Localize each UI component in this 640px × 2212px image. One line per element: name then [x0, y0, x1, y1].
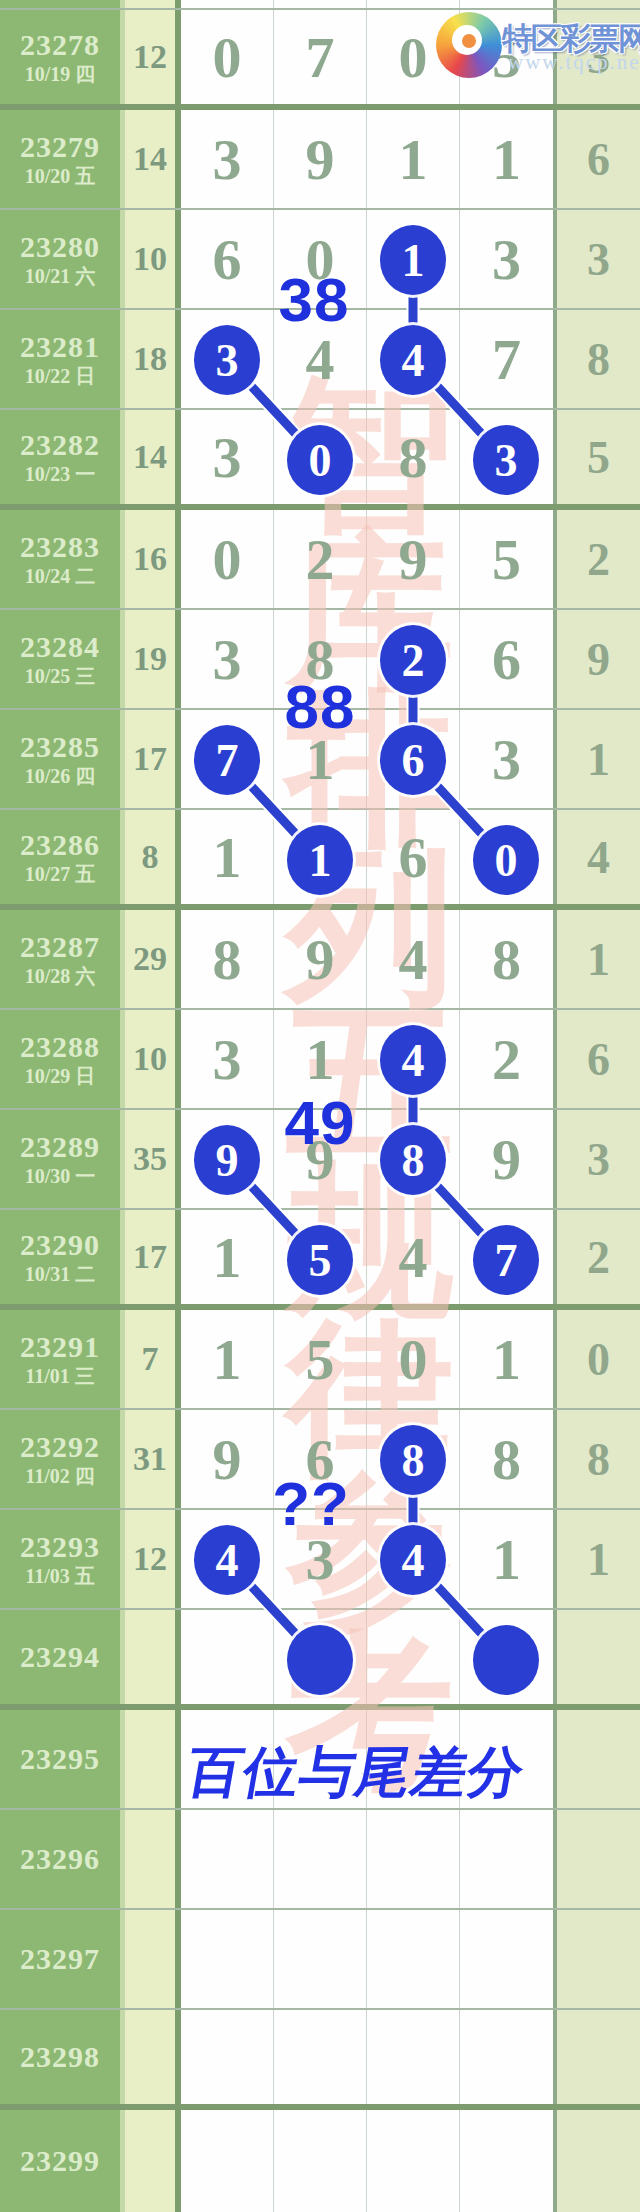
- period-number: 23289: [20, 1131, 100, 1163]
- tail-cell: 8: [557, 310, 640, 408]
- digit-value: 4: [306, 326, 335, 393]
- digit-cell: 8: [181, 910, 274, 1008]
- circled-digit: 2: [402, 634, 425, 687]
- sum-cell: 17: [125, 1210, 175, 1304]
- digit-value: 9: [399, 526, 428, 593]
- digit-value: 8: [399, 424, 428, 491]
- annotation-text: 88: [285, 671, 356, 742]
- tail-value: 1: [587, 1533, 610, 1586]
- digit-cell: [367, 2010, 460, 2104]
- digit-cell: 7: [274, 10, 367, 104]
- tail-cell: 3: [557, 210, 640, 308]
- annotation-text: 49: [285, 1087, 356, 1158]
- digit-value: 1: [213, 1326, 242, 1393]
- digit-cell: [274, 1910, 367, 2008]
- sliver-cell: [0, 0, 120, 8]
- digit-value: 0: [399, 24, 428, 91]
- dot-marker: [473, 1625, 539, 1695]
- tail-value: 1: [587, 733, 610, 786]
- circled-digit: 9: [216, 1134, 239, 1187]
- tail-cell: 3: [557, 1110, 640, 1208]
- sum-cell: 12: [125, 10, 175, 104]
- circled-digit: 4: [216, 1534, 239, 1587]
- digit-value: 9: [492, 1126, 521, 1193]
- digit-cell: 2: [274, 510, 367, 608]
- period-number: 23285: [20, 731, 100, 763]
- period-number: 23295: [20, 1743, 100, 1775]
- sum-value: 10: [133, 1040, 167, 1078]
- tail-cell: [557, 1710, 640, 1808]
- digit-value: 5: [492, 526, 521, 593]
- digit-cell: 9: [274, 110, 367, 208]
- circled-digit: 8: [402, 1134, 425, 1187]
- circled-digit: 5: [309, 1234, 332, 1287]
- tail-cell: 1: [557, 910, 640, 1008]
- digit-cell: [367, 1810, 460, 1908]
- circled-digit: 4: [402, 1534, 425, 1587]
- circle-marker: 7: [194, 725, 260, 795]
- table-row: 23297: [0, 1910, 640, 2010]
- sliver-cell: [181, 0, 274, 8]
- tail-value: 2: [587, 1231, 610, 1284]
- period-cell: 2328610/27 五: [0, 810, 120, 904]
- circled-digit: 7: [216, 734, 239, 787]
- period-number: 23288: [20, 1031, 100, 1063]
- digit-cell: 6: [460, 610, 553, 708]
- sum-value: 17: [133, 1238, 167, 1276]
- digit-value: 6: [492, 626, 521, 693]
- sum-cell: 14: [125, 110, 175, 208]
- period-cell: 23296: [0, 1810, 120, 1908]
- period-cell: 2328510/26 四: [0, 710, 120, 808]
- digit-cell: 9: [274, 910, 367, 1008]
- circle-marker: 4: [380, 1025, 446, 1095]
- sum-cell: 7: [125, 1310, 175, 1408]
- period-number: 23284: [20, 631, 100, 663]
- digit-cell: 9: [367, 510, 460, 608]
- period-cell: 23297: [0, 1910, 120, 2008]
- digit-cell: 1: [460, 1310, 553, 1408]
- period-number: 23296: [20, 1843, 100, 1875]
- digit-cell: 2: [460, 1010, 553, 1108]
- digit-cell: 4: [367, 910, 460, 1008]
- period-cell: 23295: [0, 1710, 120, 1808]
- sum-value: 12: [133, 38, 167, 76]
- tail-value: 9: [587, 633, 610, 686]
- dot-marker: [287, 1625, 353, 1695]
- circle-marker: 3: [194, 325, 260, 395]
- digit-cell: 1: [181, 1310, 274, 1408]
- period-cell: 2329311/03 五: [0, 1510, 120, 1608]
- tail-value: 3: [587, 233, 610, 286]
- period-cell: 2328410/25 三: [0, 610, 120, 708]
- digit-cell: 6: [367, 810, 460, 904]
- tail-cell: [557, 2110, 640, 2212]
- sum-cell: 14: [125, 410, 175, 504]
- tail-cell: 9: [557, 610, 640, 708]
- lottery-trend-chart: 智库排列五规律参考 2327810/19 四12070532327910/20 …: [0, 0, 640, 2212]
- digit-cell: 6: [181, 210, 274, 308]
- digit-value: 9: [306, 926, 335, 993]
- tail-value: 8: [587, 1433, 610, 1486]
- sum-cell: 16: [125, 510, 175, 608]
- circled-digit: 0: [495, 834, 518, 887]
- period-date: 10/24 二: [25, 566, 96, 587]
- sum-value: 31: [133, 1440, 167, 1478]
- digit-cell: 5: [274, 1310, 367, 1408]
- digit-value: 9: [306, 126, 335, 193]
- circle-marker: 0: [287, 425, 353, 495]
- digit-cell: [367, 2110, 460, 2212]
- circled-digit: 3: [495, 434, 518, 487]
- period-cell: 2328110/22 日: [0, 310, 120, 408]
- digit-cell: [181, 2010, 274, 2104]
- circle-marker: 5: [287, 1225, 353, 1295]
- sum-value: 7: [142, 1340, 159, 1378]
- digit-value: 1: [492, 1526, 521, 1593]
- circle-marker: 1: [380, 225, 446, 295]
- digit-cell: 1: [460, 110, 553, 208]
- tail-cell: [557, 2010, 640, 2104]
- tail-cell: [557, 1610, 640, 1704]
- sum-value: 8: [142, 838, 159, 876]
- digit-cell: [181, 1610, 274, 1704]
- digit-value: 4: [399, 1224, 428, 1291]
- annotation-text: 38: [279, 264, 350, 335]
- digit-value: 9: [213, 1426, 242, 1493]
- tail-cell: 5: [557, 410, 640, 504]
- sum-cell: 18: [125, 310, 175, 408]
- period-cell: 2328010/21 六: [0, 210, 120, 308]
- sum-value: 16: [133, 540, 167, 578]
- digit-cell: [460, 1810, 553, 1908]
- period-date: 10/29 日: [25, 1066, 96, 1087]
- digit-cell: 3: [181, 1010, 274, 1108]
- sliver-cell: [367, 0, 460, 8]
- sum-cell: 19: [125, 610, 175, 708]
- period-cell: 2329010/31 二: [0, 1210, 120, 1304]
- circled-digit: 7: [495, 1234, 518, 1287]
- digit-cell: 0: [181, 10, 274, 104]
- circle-marker: 3: [473, 425, 539, 495]
- digit-value: 3: [213, 626, 242, 693]
- circled-digit: 4: [402, 334, 425, 387]
- digit-value: 3: [492, 226, 521, 293]
- sum-cell: 29: [125, 910, 175, 1008]
- period-number: 23291: [20, 1331, 100, 1363]
- digit-cell: 8: [460, 1410, 553, 1508]
- digit-value: 1: [213, 824, 242, 891]
- circled-digit: 8: [402, 1434, 425, 1487]
- circle-marker: 9: [194, 1125, 260, 1195]
- sliver-cell: [125, 0, 175, 8]
- period-number: 23282: [20, 429, 100, 461]
- digit-cell: 8: [367, 410, 460, 504]
- sum-cell: 12: [125, 1510, 175, 1608]
- digit-cell: 8: [460, 910, 553, 1008]
- digit-cell: 9: [460, 1110, 553, 1208]
- digit-value: 4: [399, 926, 428, 993]
- tail-cell: 0: [557, 1310, 640, 1408]
- circle-marker: 0: [473, 825, 539, 895]
- circle-marker: 1: [287, 825, 353, 895]
- sum-value: 12: [133, 1540, 167, 1578]
- sliver-cell: [274, 0, 367, 8]
- sum-cell: [125, 1910, 175, 2008]
- period-date: 10/21 六: [25, 266, 96, 287]
- table-row: 2328710/28 六2989481: [0, 910, 640, 1010]
- annotation-text: ??: [272, 1468, 350, 1539]
- tail-cell: 4: [557, 810, 640, 904]
- period-cell: 2329111/01 三: [0, 1310, 120, 1408]
- digit-cell: [460, 2110, 553, 2212]
- sliver-cell: [460, 0, 553, 8]
- period-number: 23280: [20, 231, 100, 263]
- tail-value: 1: [587, 933, 610, 986]
- digit-value: 3: [213, 1026, 242, 1093]
- digit-cell: 1: [460, 1510, 553, 1608]
- digit-value: 6: [213, 226, 242, 293]
- period-cell: 2328310/24 二: [0, 510, 120, 608]
- period-cell: 23298: [0, 2010, 120, 2104]
- tail-value: 2: [587, 533, 610, 586]
- digit-value: 1: [399, 126, 428, 193]
- period-date: 10/27 五: [25, 864, 96, 885]
- sum-cell: [125, 1710, 175, 1808]
- sum-cell: 17: [125, 710, 175, 808]
- table-row: 23296: [0, 1810, 640, 1910]
- period-date: 10/25 三: [25, 666, 96, 687]
- digit-cell: 3: [460, 710, 553, 808]
- digit-cell: 3: [460, 210, 553, 308]
- period-number: 23292: [20, 1431, 100, 1463]
- digit-value: 8: [492, 1426, 521, 1493]
- period-date: 10/26 四: [25, 766, 96, 787]
- period-number: 23298: [20, 2041, 100, 2073]
- period-date: 10/31 二: [25, 1264, 96, 1285]
- digit-cell: [460, 1910, 553, 2008]
- tail-cell: 8: [557, 1410, 640, 1508]
- period-number: 23287: [20, 931, 100, 963]
- table-row: 2328310/24 二1602952: [0, 510, 640, 610]
- period-number: 23279: [20, 131, 100, 163]
- table-row: 23298: [0, 2010, 640, 2110]
- digit-cell: 7: [460, 310, 553, 408]
- tail-value: 5: [587, 431, 610, 484]
- sum-value: 10: [133, 240, 167, 278]
- digit-value: 5: [306, 1326, 335, 1393]
- digit-value: 7: [492, 326, 521, 393]
- table-row: 2329111/01 三715010: [0, 1310, 640, 1410]
- period-number: 23281: [20, 331, 100, 363]
- digit-value: 8: [213, 926, 242, 993]
- period-number: 23283: [20, 531, 100, 563]
- digit-cell: [181, 2110, 274, 2212]
- period-date: 10/20 五: [25, 166, 96, 187]
- period-number: 23278: [20, 29, 100, 61]
- tail-value: 0: [587, 1333, 610, 1386]
- tail-cell: 6: [557, 110, 640, 208]
- circled-digit: 6: [402, 734, 425, 787]
- sliver-cell: [557, 0, 640, 8]
- period-cell: 2328210/23 一: [0, 410, 120, 504]
- circle-marker: 4: [380, 1525, 446, 1595]
- table-row: 2327910/20 五1439116: [0, 110, 640, 210]
- digit-value: 0: [213, 526, 242, 593]
- tail-value: 4: [587, 831, 610, 884]
- circle-marker: 8: [380, 1425, 446, 1495]
- digit-cell: 9: [181, 1410, 274, 1508]
- digit-cell: 0: [367, 1310, 460, 1408]
- circled-digit: 3: [216, 334, 239, 387]
- period-cell: 2328810/29 日: [0, 1010, 120, 1108]
- digit-value: 2: [306, 526, 335, 593]
- digit-cell: [460, 2010, 553, 2104]
- period-date: 11/02 四: [25, 1466, 94, 1487]
- sum-value: 14: [133, 140, 167, 178]
- period-date: 10/22 日: [25, 366, 96, 387]
- period-number: 23290: [20, 1229, 100, 1261]
- tail-value: 8: [587, 333, 610, 386]
- sum-cell: 8: [125, 810, 175, 904]
- period-cell: 2328710/28 六: [0, 910, 120, 1008]
- digit-value: 0: [399, 1326, 428, 1393]
- sum-value: 17: [133, 740, 167, 778]
- digit-cell: 3: [181, 610, 274, 708]
- table-row: 23299: [0, 2110, 640, 2212]
- digit-cell: 3: [181, 410, 274, 504]
- period-cell: 23299: [0, 2110, 120, 2212]
- tail-cell: 6: [557, 1010, 640, 1108]
- digit-value: 7: [306, 24, 335, 91]
- digit-value: 3: [492, 726, 521, 793]
- digit-cell: [367, 1910, 460, 2008]
- circle-marker: 4: [380, 325, 446, 395]
- period-number: 23294: [20, 1641, 100, 1673]
- period-cell: 2327910/20 五: [0, 110, 120, 208]
- digit-value: 1: [492, 1326, 521, 1393]
- sum-cell: [125, 1810, 175, 1908]
- period-date: 10/19 四: [25, 64, 96, 85]
- digit-value: 0: [213, 24, 242, 91]
- digit-cell: 1: [181, 1210, 274, 1304]
- digit-cell: 4: [367, 1210, 460, 1304]
- digit-cell: [274, 1810, 367, 1908]
- period-date: 11/03 五: [25, 1566, 94, 1587]
- digit-value: 1: [213, 1224, 242, 1291]
- sum-cell: 35: [125, 1110, 175, 1208]
- tail-cell: 2: [557, 1210, 640, 1304]
- digit-cell: [274, 2110, 367, 2212]
- sum-cell: [125, 1610, 175, 1704]
- tail-cell: [557, 1910, 640, 2008]
- circle-marker: 7: [473, 1225, 539, 1295]
- tail-cell: [557, 1810, 640, 1908]
- circle-marker: 8: [380, 1125, 446, 1195]
- period-date: 10/23 一: [25, 464, 96, 485]
- digit-cell: 1: [181, 810, 274, 904]
- sum-value: 35: [133, 1140, 167, 1178]
- brand-logo: 特区彩票网 www.tqcp.net: [436, 10, 640, 90]
- period-number: 23293: [20, 1531, 100, 1563]
- circle-marker: 4: [194, 1525, 260, 1595]
- circled-digit: 1: [402, 234, 425, 287]
- period-number: 23299: [20, 2145, 100, 2177]
- tail-value: 6: [587, 1033, 610, 1086]
- sum-value: 19: [133, 640, 167, 678]
- circled-digit: 1: [309, 834, 332, 887]
- sum-value: 14: [133, 438, 167, 476]
- digit-cell: 1: [367, 110, 460, 208]
- tail-value: 6: [587, 133, 610, 186]
- period-date: 11/01 三: [25, 1366, 94, 1387]
- period-date: 10/28 六: [25, 966, 96, 987]
- digit-cell: [181, 1910, 274, 2008]
- period-number: 23297: [20, 1943, 100, 1975]
- sum-cell: 10: [125, 1010, 175, 1108]
- sum-value: 29: [133, 940, 167, 978]
- circle-marker: 6: [380, 725, 446, 795]
- period-number: 23286: [20, 829, 100, 861]
- tail-cell: 2: [557, 510, 640, 608]
- sum-cell: 10: [125, 210, 175, 308]
- sum-cell: 31: [125, 1410, 175, 1508]
- circled-digit: 0: [309, 434, 332, 487]
- digit-cell: [367, 1610, 460, 1704]
- top-sliver-row: [0, 0, 640, 10]
- tail-cell: 1: [557, 1510, 640, 1608]
- digit-value: 3: [213, 424, 242, 491]
- circle-marker: 2: [380, 625, 446, 695]
- digit-cell: [181, 1810, 274, 1908]
- bottom-note: 百位与尾差分: [181, 1736, 530, 1810]
- tail-cell: 1: [557, 710, 640, 808]
- digit-value: 2: [492, 1026, 521, 1093]
- period-date: 10/30 一: [25, 1166, 96, 1187]
- sum-value: 18: [133, 340, 167, 378]
- digit-value: 6: [399, 824, 428, 891]
- digit-value: 1: [306, 1026, 335, 1093]
- digit-cell: 3: [181, 110, 274, 208]
- period-cell: 2327810/19 四: [0, 10, 120, 104]
- period-cell: 23294: [0, 1610, 120, 1704]
- period-cell: 2329211/02 四: [0, 1410, 120, 1508]
- period-cell: 2328910/30 一: [0, 1110, 120, 1208]
- digit-value: 8: [492, 926, 521, 993]
- sum-cell: [125, 2010, 175, 2104]
- sum-cell: [125, 2110, 175, 2212]
- tail-value: 3: [587, 1133, 610, 1186]
- digit-cell: 5: [460, 510, 553, 608]
- digit-cell: [274, 2010, 367, 2104]
- digit-cell: 0: [181, 510, 274, 608]
- digit-value: 1: [492, 126, 521, 193]
- brand-swirl-icon: [436, 12, 502, 78]
- brand-url-watermark: www.tqcp.net: [508, 50, 640, 75]
- circled-digit: 4: [402, 1034, 425, 1087]
- digit-value: 3: [213, 126, 242, 193]
